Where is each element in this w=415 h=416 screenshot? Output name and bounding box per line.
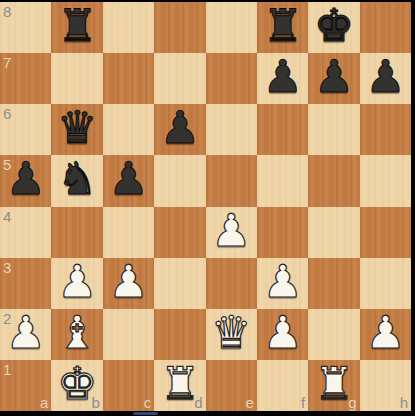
rank-label-8: 8 [3,4,11,19]
white-pawn[interactable]: ♟ [57,259,97,304]
white-pawn[interactable]: ♟ [6,310,46,355]
square-c4[interactable] [103,207,154,258]
square-a5[interactable]: 5♟ [0,155,51,206]
square-c8[interactable] [103,2,154,53]
square-c7[interactable] [103,53,154,104]
rank-label-7: 7 [3,55,11,70]
square-d5[interactable] [154,155,205,206]
square-f6[interactable] [257,104,308,155]
white-bishop[interactable]: ♝ [57,310,97,355]
square-a4[interactable]: 4 [0,207,51,258]
white-pawn[interactable]: ♟ [262,310,302,355]
square-b1[interactable]: b♚ [51,360,102,411]
square-b6[interactable]: ♛ [51,104,102,155]
square-h4[interactable] [360,207,411,258]
black-king[interactable]: ♚ [314,3,354,48]
square-c3[interactable]: ♟ [103,258,154,309]
square-a6[interactable]: 6 [0,104,51,155]
black-rook[interactable]: ♜ [262,3,302,48]
rank-label-3: 3 [3,260,11,275]
chess-app-screen: 8♜♜♚7♟♟♟6♛♟5♟♞♟4♟3♟♟♟2♟♝♛♟♟1ab♚cd♜efg♜h [0,0,415,416]
square-b5[interactable]: ♞ [51,155,102,206]
black-pawn[interactable]: ♟ [314,54,354,99]
square-h1[interactable]: h [360,360,411,411]
file-label-a: a [40,395,48,410]
square-e8[interactable] [206,2,257,53]
square-e2[interactable]: ♛ [206,309,257,360]
black-queen[interactable]: ♛ [57,105,97,150]
square-g1[interactable]: g♜ [308,360,359,411]
square-f3[interactable]: ♟ [257,258,308,309]
square-f8[interactable]: ♜ [257,2,308,53]
square-c1[interactable]: c [103,360,154,411]
square-e1[interactable]: e [206,360,257,411]
square-c2[interactable] [103,309,154,360]
bottom-frame-bar [0,411,415,416]
square-a1[interactable]: 1a [0,360,51,411]
square-d7[interactable] [154,53,205,104]
square-a7[interactable]: 7 [0,53,51,104]
square-f5[interactable] [257,155,308,206]
square-e7[interactable] [206,53,257,104]
square-g3[interactable] [308,258,359,309]
square-d6[interactable]: ♟ [154,104,205,155]
square-d2[interactable] [154,309,205,360]
square-d3[interactable] [154,258,205,309]
square-h3[interactable] [360,258,411,309]
rank-label-6: 6 [3,106,11,121]
white-pawn[interactable]: ♟ [262,259,302,304]
file-label-c: c [144,395,152,410]
black-pawn[interactable]: ♟ [262,54,302,99]
square-g6[interactable] [308,104,359,155]
square-e4[interactable]: ♟ [206,207,257,258]
file-label-h: h [400,395,408,410]
square-a8[interactable]: 8 [0,2,51,53]
square-a2[interactable]: 2♟ [0,309,51,360]
square-g8[interactable]: ♚ [308,2,359,53]
square-c5[interactable]: ♟ [103,155,154,206]
square-f4[interactable] [257,207,308,258]
square-g5[interactable] [308,155,359,206]
square-d8[interactable] [154,2,205,53]
square-c6[interactable] [103,104,154,155]
white-rook[interactable]: ♜ [160,361,200,406]
square-f7[interactable]: ♟ [257,53,308,104]
square-g7[interactable]: ♟ [308,53,359,104]
black-pawn[interactable]: ♟ [108,156,148,201]
white-rook[interactable]: ♜ [314,361,354,406]
square-e6[interactable] [206,104,257,155]
black-knight[interactable]: ♞ [57,156,97,201]
square-e5[interactable] [206,155,257,206]
black-rook[interactable]: ♜ [57,3,97,48]
square-d1[interactable]: d♜ [154,360,205,411]
white-pawn[interactable]: ♟ [211,208,251,253]
square-b4[interactable] [51,207,102,258]
square-f1[interactable]: f [257,360,308,411]
square-b2[interactable]: ♝ [51,309,102,360]
square-b3[interactable]: ♟ [51,258,102,309]
white-queen[interactable]: ♛ [211,310,251,355]
square-b8[interactable]: ♜ [51,2,102,53]
rank-label-1: 1 [3,362,11,377]
square-d4[interactable] [154,207,205,258]
bottom-accent-bar [133,412,158,415]
white-pawn[interactable]: ♟ [365,310,405,355]
square-h2[interactable]: ♟ [360,309,411,360]
square-h7[interactable]: ♟ [360,53,411,104]
black-pawn[interactable]: ♟ [6,156,46,201]
black-pawn[interactable]: ♟ [160,105,200,150]
square-h6[interactable] [360,104,411,155]
file-label-f: f [301,395,305,410]
square-a3[interactable]: 3 [0,258,51,309]
black-pawn[interactable]: ♟ [365,54,405,99]
white-pawn[interactable]: ♟ [108,259,148,304]
square-f2[interactable]: ♟ [257,309,308,360]
rank-label-4: 4 [3,209,11,224]
square-g2[interactable] [308,309,359,360]
square-b7[interactable] [51,53,102,104]
file-label-e: e [246,395,254,410]
square-g4[interactable] [308,207,359,258]
square-h8[interactable] [360,2,411,53]
square-h5[interactable] [360,155,411,206]
white-king[interactable]: ♚ [57,361,97,406]
chess-board: 8♜♜♚7♟♟♟6♛♟5♟♞♟4♟3♟♟♟2♟♝♛♟♟1ab♚cd♜efg♜h [0,2,411,411]
square-e3[interactable] [206,258,257,309]
